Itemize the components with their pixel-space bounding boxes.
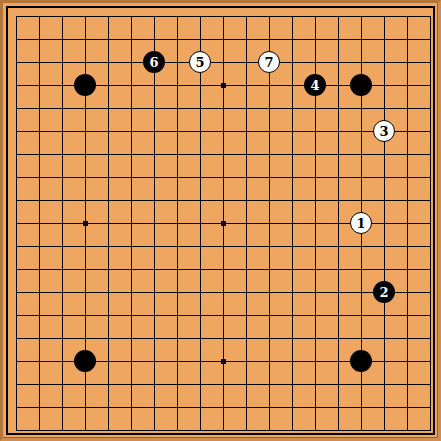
stone-move-2[interactable]: 2 xyxy=(373,281,395,303)
stone-black[interactable] xyxy=(74,350,96,372)
move-number: 2 xyxy=(379,286,388,299)
move-number: 3 xyxy=(379,125,388,138)
star-point xyxy=(83,221,88,226)
move-number: 7 xyxy=(264,56,273,69)
stone-move-4[interactable]: 4 xyxy=(304,74,326,96)
star-point xyxy=(221,359,226,364)
stone-black[interactable] xyxy=(350,74,372,96)
go-board[interactable]: 1234567 xyxy=(6,6,435,435)
move-number: 1 xyxy=(356,217,365,230)
stone-move-7[interactable]: 7 xyxy=(258,51,280,73)
move-number: 6 xyxy=(149,56,158,69)
stone-black[interactable] xyxy=(350,350,372,372)
move-number: 4 xyxy=(310,79,319,92)
stone-move-5[interactable]: 5 xyxy=(189,51,211,73)
stone-move-1[interactable]: 1 xyxy=(350,212,372,234)
board-frame: 1234567 xyxy=(0,0,441,441)
go-diagram: 1234567 xyxy=(0,0,441,441)
move-number: 5 xyxy=(195,56,204,69)
stone-move-3[interactable]: 3 xyxy=(373,120,395,142)
grid-lines: 1234567 xyxy=(16,16,431,431)
stone-move-6[interactable]: 6 xyxy=(143,51,165,73)
star-point xyxy=(221,221,226,226)
star-point xyxy=(221,83,226,88)
stone-black[interactable] xyxy=(74,74,96,96)
